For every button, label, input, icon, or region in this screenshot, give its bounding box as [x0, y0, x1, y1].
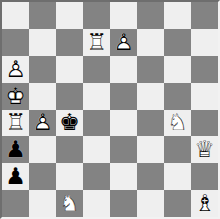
square-h3[interactable]: ♛♕: [191, 136, 218, 163]
white-rook-piece[interactable]: ♜♖: [2, 110, 29, 137]
square-g4[interactable]: ♞♘: [164, 110, 191, 137]
white-king-piece[interactable]: ♚♔: [2, 83, 29, 110]
piece-outline: ♘: [164, 110, 191, 137]
square-a2[interactable]: ♟: [2, 163, 29, 190]
black-pawn-piece[interactable]: ♟: [2, 163, 29, 190]
square-a8[interactable]: [2, 2, 29, 29]
square-h6[interactable]: [191, 56, 218, 83]
square-f3[interactable]: [137, 136, 164, 163]
square-b4[interactable]: ♟♙: [29, 110, 56, 137]
square-g5[interactable]: [164, 83, 191, 110]
piece-outline: ♖: [83, 29, 110, 56]
square-f5[interactable]: [137, 83, 164, 110]
square-g2[interactable]: [164, 163, 191, 190]
black-pawn-piece[interactable]: ♟: [2, 136, 29, 163]
square-h4[interactable]: [191, 110, 218, 137]
square-g6[interactable]: [164, 56, 191, 83]
square-d5[interactable]: [83, 83, 110, 110]
square-b1[interactable]: [29, 190, 56, 217]
square-d3[interactable]: [83, 136, 110, 163]
square-b7[interactable]: [29, 29, 56, 56]
square-f1[interactable]: [137, 190, 164, 217]
piece-outline: ♖: [2, 110, 29, 137]
square-c3[interactable]: [56, 136, 83, 163]
white-pawn-piece[interactable]: ♟♙: [2, 56, 29, 83]
square-a3[interactable]: ♟: [2, 136, 29, 163]
square-a6[interactable]: ♟♙: [2, 56, 29, 83]
white-queen-piece[interactable]: ♛♕: [191, 136, 218, 163]
black-king-piece[interactable]: ♚: [56, 110, 83, 137]
square-e3[interactable]: [110, 136, 137, 163]
square-a7[interactable]: [2, 29, 29, 56]
square-d1[interactable]: [83, 190, 110, 217]
square-d4[interactable]: [83, 110, 110, 137]
square-e6[interactable]: [110, 56, 137, 83]
square-e7[interactable]: ♟♙: [110, 29, 137, 56]
square-e5[interactable]: [110, 83, 137, 110]
square-f6[interactable]: [137, 56, 164, 83]
square-c2[interactable]: [56, 163, 83, 190]
square-d7[interactable]: ♜♖: [83, 29, 110, 56]
square-g3[interactable]: [164, 136, 191, 163]
piece-fill: ♟: [2, 136, 29, 163]
square-d6[interactable]: [83, 56, 110, 83]
piece-outline: ♙: [2, 56, 29, 83]
white-pawn-piece[interactable]: ♟♙: [29, 110, 56, 137]
square-c8[interactable]: [56, 2, 83, 29]
square-g7[interactable]: [164, 29, 191, 56]
piece-fill: ♟: [2, 163, 29, 190]
piece-fill: ♚: [56, 110, 83, 137]
piece-outline: ♕: [191, 136, 218, 163]
white-pawn-piece[interactable]: ♟♙: [110, 29, 137, 56]
square-c5[interactable]: [56, 83, 83, 110]
square-c6[interactable]: [56, 56, 83, 83]
square-f4[interactable]: [137, 110, 164, 137]
piece-outline: ♙: [29, 110, 56, 137]
square-a5[interactable]: ♚♔: [2, 83, 29, 110]
square-e8[interactable]: [110, 2, 137, 29]
white-rook-piece[interactable]: ♜♖: [83, 29, 110, 56]
square-c7[interactable]: [56, 29, 83, 56]
square-e2[interactable]: [110, 163, 137, 190]
square-d8[interactable]: [83, 2, 110, 29]
piece-outline: ♔: [2, 83, 29, 110]
square-a1[interactable]: [2, 190, 29, 217]
square-f7[interactable]: [137, 29, 164, 56]
square-f2[interactable]: [137, 163, 164, 190]
square-a4[interactable]: ♜♖: [2, 110, 29, 137]
square-d2[interactable]: [83, 163, 110, 190]
square-e1[interactable]: [110, 190, 137, 217]
piece-outline: ♗: [191, 190, 218, 217]
chess-board: ♜♖♟♙♟♙♚♔♜♖♟♙♚♞♘♟♛♕♟♞♘♝♗: [0, 0, 220, 219]
white-bishop-piece[interactable]: ♝♗: [191, 190, 218, 217]
square-b6[interactable]: [29, 56, 56, 83]
square-h2[interactable]: [191, 163, 218, 190]
piece-outline: ♘: [56, 190, 83, 217]
square-h8[interactable]: [191, 2, 218, 29]
square-b2[interactable]: [29, 163, 56, 190]
square-b5[interactable]: [29, 83, 56, 110]
square-c1[interactable]: ♞♘: [56, 190, 83, 217]
square-h7[interactable]: [191, 29, 218, 56]
square-h1[interactable]: ♝♗: [191, 190, 218, 217]
piece-outline: ♙: [110, 29, 137, 56]
square-e4[interactable]: [110, 110, 137, 137]
square-g1[interactable]: [164, 190, 191, 217]
square-g8[interactable]: [164, 2, 191, 29]
chess-app-window: ♜♖♟♙♟♙♚♔♜♖♟♙♚♞♘♟♛♕♟♞♘♝♗: [0, 0, 220, 219]
white-knight-piece[interactable]: ♞♘: [164, 110, 191, 137]
square-f8[interactable]: [137, 2, 164, 29]
square-h5[interactable]: [191, 83, 218, 110]
white-knight-piece[interactable]: ♞♘: [56, 190, 83, 217]
square-b3[interactable]: [29, 136, 56, 163]
square-b8[interactable]: [29, 2, 56, 29]
square-c4[interactable]: ♚: [56, 110, 83, 137]
